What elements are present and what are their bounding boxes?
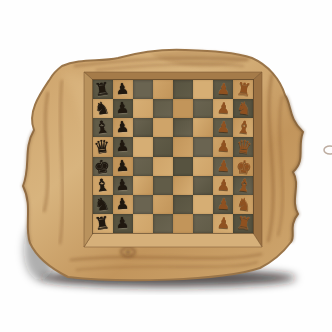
square-r2-c5[interactable] [173,99,193,118]
square-r5-c5[interactable] [173,157,193,176]
square-r2-c7[interactable]: ♟ [213,99,233,118]
square-r8-c8[interactable]: ♜ [233,214,253,233]
square-r4-c8[interactable]: ♛ [233,137,253,156]
square-r1-c6[interactable] [193,80,213,99]
black-knight[interactable]: ♞ [91,194,113,215]
square-r4-c2[interactable]: ♟ [113,137,133,156]
square-r1-c2[interactable]: ♟ [113,80,133,99]
square-r6-c1[interactable]: ♝ [93,176,113,195]
square-r3-c3[interactable] [133,118,153,137]
square-r5-c3[interactable] [133,157,153,176]
square-r1-c5[interactable] [173,80,193,99]
square-r8-c7[interactable]: ♟ [213,214,233,233]
black-pawn[interactable]: ♟ [112,137,133,157]
square-r8-c2[interactable]: ♟ [113,214,133,233]
square-r4-c4[interactable] [153,137,173,156]
square-r3-c2[interactable]: ♟ [113,118,133,137]
square-r2-c4[interactable] [153,99,173,118]
white-king[interactable]: ♚ [233,155,255,176]
square-r6-c7[interactable]: ♟ [213,176,233,195]
black-pawn[interactable]: ♟ [112,194,133,214]
black-pawn[interactable]: ♟ [112,213,133,233]
black-king[interactable]: ♚ [91,155,113,176]
square-r4-c6[interactable] [193,137,213,156]
square-r4-c3[interactable] [133,137,153,156]
square-r1-c1[interactable]: ♜ [93,80,113,99]
square-r7-c3[interactable] [133,195,153,214]
square-r8-c6[interactable] [193,214,213,233]
square-r4-c7[interactable]: ♟ [213,137,233,156]
square-r7-c4[interactable] [153,195,173,214]
square-r6-c3[interactable] [133,176,153,195]
square-r1-c8[interactable]: ♜ [233,80,253,99]
square-r3-c5[interactable] [173,118,193,137]
white-pawn[interactable]: ♟ [213,156,234,176]
square-r1-c4[interactable] [153,80,173,99]
square-r5-c7[interactable]: ♟ [213,157,233,176]
white-pawn[interactable]: ♟ [213,118,234,138]
white-bishop[interactable]: ♝ [233,175,255,196]
square-r3-c1[interactable]: ♝ [93,118,113,137]
square-r5-c4[interactable] [153,157,173,176]
square-r6-c8[interactable]: ♝ [233,176,253,195]
square-r2-c6[interactable] [193,99,213,118]
square-r2-c3[interactable] [133,99,153,118]
square-r4-c1[interactable]: ♛ [93,137,113,156]
square-r3-c8[interactable]: ♝ [233,118,253,137]
white-pawn[interactable]: ♟ [213,79,234,99]
black-rook[interactable]: ♜ [91,213,113,234]
white-pawn[interactable]: ♟ [213,137,234,157]
square-r8-c1[interactable]: ♜ [93,214,113,233]
square-r6-c4[interactable] [153,176,173,195]
square-r3-c6[interactable] [193,118,213,137]
square-r5-c1[interactable]: ♚ [93,157,113,176]
white-queen[interactable]: ♛ [233,136,255,157]
black-pawn[interactable]: ♟ [112,156,133,176]
square-r8-c3[interactable] [133,214,153,233]
black-pawn[interactable]: ♟ [112,175,133,195]
square-r7-c8[interactable]: ♞ [233,195,253,214]
square-r7-c6[interactable] [193,195,213,214]
white-pawn[interactable]: ♟ [213,175,234,195]
square-r1-c7[interactable]: ♟ [213,80,233,99]
square-r2-c8[interactable]: ♞ [233,99,253,118]
black-bishop[interactable]: ♝ [91,175,113,196]
white-knight[interactable]: ♞ [233,194,255,215]
square-r7-c1[interactable]: ♞ [93,195,113,214]
white-pawn[interactable]: ♟ [213,98,234,118]
black-queen[interactable]: ♛ [91,136,113,157]
square-r2-c1[interactable]: ♞ [93,99,113,118]
white-pawn[interactable]: ♟ [213,194,234,214]
square-r5-c2[interactable]: ♟ [113,157,133,176]
product-photo: ♜♟♟♜♞♟♟♞♝♟♟♝♛♟♟♛♚♟♟♚♝♟♟♝♞♟♟♞♜♟♟♜ [0,0,332,332]
white-rook[interactable]: ♜ [233,213,255,234]
square-r7-c2[interactable]: ♟ [113,195,133,214]
square-r3-c4[interactable] [153,118,173,137]
black-pawn[interactable]: ♟ [112,98,133,118]
square-r7-c5[interactable] [173,195,193,214]
black-pawn[interactable]: ♟ [112,79,133,99]
black-pawn[interactable]: ♟ [112,118,133,138]
square-r2-c2[interactable]: ♟ [113,99,133,118]
square-r3-c7[interactable]: ♟ [213,118,233,137]
square-r6-c2[interactable]: ♟ [113,176,133,195]
square-r1-c3[interactable] [133,80,153,99]
white-pawn[interactable]: ♟ [213,213,234,233]
square-r7-c7[interactable]: ♟ [213,195,233,214]
square-r8-c4[interactable] [153,214,173,233]
square-r6-c5[interactable] [173,176,193,195]
square-r8-c5[interactable] [173,214,193,233]
chess-board: ♜♟♟♜♞♟♟♞♝♟♟♝♛♟♟♛♚♟♟♚♝♟♟♝♞♟♟♞♜♟♟♜ [93,80,253,233]
square-r4-c5[interactable] [173,137,193,156]
square-r5-c6[interactable] [193,157,213,176]
square-r6-c6[interactable] [193,176,213,195]
square-r5-c8[interactable]: ♚ [233,157,253,176]
